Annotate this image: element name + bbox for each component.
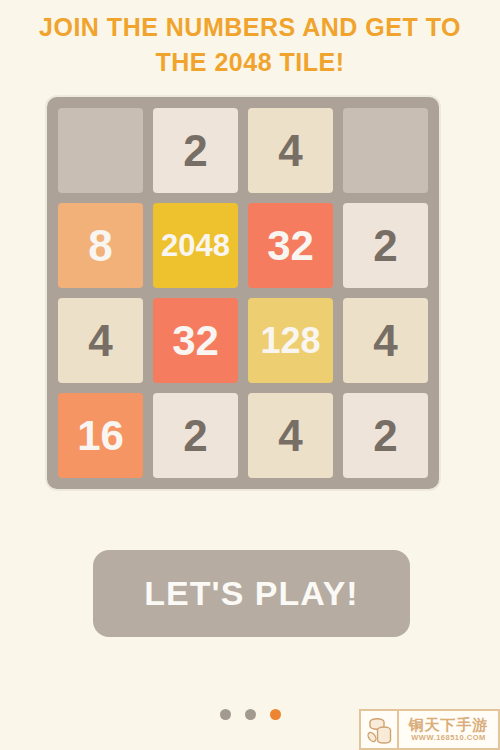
game-board: 2 4 8 2048 32 2 4 32 128 4 16 2 4 2 [47,97,439,489]
tile-r3c3: 2 [343,393,428,478]
tile-r0c0 [58,108,143,193]
tile-r0c1: 2 [153,108,238,193]
coins-icon [361,711,399,748]
tile-r2c3: 4 [343,298,428,383]
tile-r0c2: 4 [248,108,333,193]
watermark-badge: 铜天下手游 WWW.168510.COM [359,709,500,750]
page-title: JOIN THE NUMBERS AND GET TO THE 2048 TIL… [0,10,500,80]
carousel-dot-1[interactable] [220,709,231,720]
tile-r3c2: 4 [248,393,333,478]
tile-r2c0: 4 [58,298,143,383]
carousel-dot-3-active[interactable] [270,709,281,720]
tile-r1c1: 2048 [153,203,238,288]
watermark-url: WWW.168510.COM [399,734,498,742]
carousel-dot-2[interactable] [245,709,256,720]
tile-r1c2: 32 [248,203,333,288]
watermark-text: 铜天下手游 WWW.168510.COM [399,717,498,742]
tile-r2c1: 32 [153,298,238,383]
tile-r3c0: 16 [58,393,143,478]
tile-r0c3 [343,108,428,193]
play-button[interactable]: LET'S PLAY! [93,550,410,637]
tile-r2c2: 128 [248,298,333,383]
tile-r1c3: 2 [343,203,428,288]
tile-r1c0: 8 [58,203,143,288]
watermark-name: 铜天下手游 [399,717,498,732]
intro-screen: JOIN THE NUMBERS AND GET TO THE 2048 TIL… [0,0,500,750]
title-line2: THE 2048 TILE! [0,45,500,80]
title-line1: JOIN THE NUMBERS AND GET TO [0,10,500,45]
tile-r3c1: 2 [153,393,238,478]
